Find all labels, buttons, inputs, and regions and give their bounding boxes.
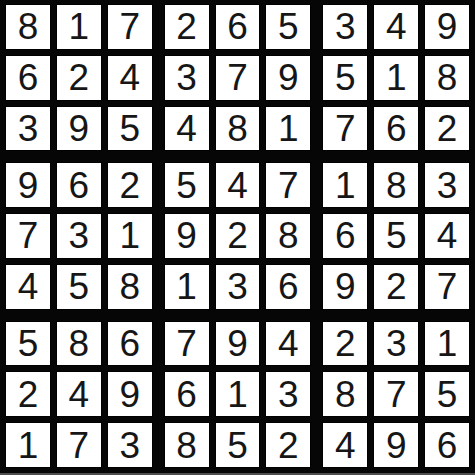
cell-r1c3[interactable]: 7 bbox=[107, 4, 153, 50]
cell-r4c3[interactable]: 2 bbox=[107, 162, 153, 208]
cell-r1c5[interactable]: 6 bbox=[215, 4, 261, 50]
cell-r7c1[interactable]: 5 bbox=[5, 321, 51, 367]
cell-r3c3[interactable]: 5 bbox=[107, 106, 153, 152]
cell-r9c6[interactable]: 2 bbox=[265, 422, 311, 468]
cell-r8c9[interactable]: 5 bbox=[424, 371, 470, 417]
cell-r9c7[interactable]: 4 bbox=[322, 422, 368, 468]
cell-r4c7[interactable]: 1 bbox=[322, 162, 368, 208]
cell-r5c9[interactable]: 4 bbox=[424, 213, 470, 259]
cell-r5c2[interactable]: 3 bbox=[56, 213, 102, 259]
cell-r6c4[interactable]: 1 bbox=[164, 264, 210, 310]
cell-r4c8[interactable]: 8 bbox=[373, 162, 419, 208]
cell-r9c3[interactable]: 3 bbox=[107, 422, 153, 468]
cell-r1c6[interactable]: 5 bbox=[265, 4, 311, 50]
cell-r1c8[interactable]: 4 bbox=[373, 4, 419, 50]
cell-r6c7[interactable]: 9 bbox=[322, 264, 368, 310]
cell-r2c4[interactable]: 3 bbox=[164, 55, 210, 101]
cell-r6c8[interactable]: 2 bbox=[373, 264, 419, 310]
cell-r2c7[interactable]: 5 bbox=[322, 55, 368, 101]
cell-r3c2[interactable]: 9 bbox=[56, 106, 102, 152]
cell-r5c4[interactable]: 9 bbox=[164, 213, 210, 259]
cell-r8c4[interactable]: 6 bbox=[164, 371, 210, 417]
cell-r2c8[interactable]: 1 bbox=[373, 55, 419, 101]
cell-r4c2[interactable]: 6 bbox=[56, 162, 102, 208]
cell-r3c5[interactable]: 8 bbox=[215, 106, 261, 152]
cell-r3c9[interactable]: 2 bbox=[424, 106, 470, 152]
cell-r3c6[interactable]: 1 bbox=[265, 106, 311, 152]
sudoku-screenshot: 8176243952653794813495187629627314585479… bbox=[0, 0, 475, 475]
cell-r8c6[interactable]: 3 bbox=[265, 371, 311, 417]
cell-r9c2[interactable]: 7 bbox=[56, 422, 102, 468]
cell-r3c8[interactable]: 6 bbox=[373, 106, 419, 152]
cell-r9c1[interactable]: 1 bbox=[5, 422, 51, 468]
cell-r6c3[interactable]: 8 bbox=[107, 264, 153, 310]
cell-r8c1[interactable]: 2 bbox=[5, 371, 51, 417]
cell-r1c9[interactable]: 9 bbox=[424, 4, 470, 50]
sudoku-block-9: 231875496 bbox=[322, 321, 470, 468]
cell-r5c8[interactable]: 5 bbox=[373, 213, 419, 259]
cell-r3c1[interactable]: 3 bbox=[5, 106, 51, 152]
cell-r3c4[interactable]: 4 bbox=[164, 106, 210, 152]
cell-r1c4[interactable]: 2 bbox=[164, 4, 210, 50]
cell-r4c1[interactable]: 9 bbox=[5, 162, 51, 208]
cell-r8c7[interactable]: 8 bbox=[322, 371, 368, 417]
sudoku-board: 8176243952653794813495187629627314585479… bbox=[0, 0, 475, 475]
cell-r4c6[interactable]: 7 bbox=[265, 162, 311, 208]
cell-r6c6[interactable]: 6 bbox=[265, 264, 311, 310]
sudoku-block-7: 586249173 bbox=[5, 321, 153, 468]
cell-r6c2[interactable]: 5 bbox=[56, 264, 102, 310]
cell-r2c9[interactable]: 8 bbox=[424, 55, 470, 101]
cell-r2c3[interactable]: 4 bbox=[107, 55, 153, 101]
cell-r4c4[interactable]: 5 bbox=[164, 162, 210, 208]
cell-r5c6[interactable]: 8 bbox=[265, 213, 311, 259]
cell-r7c5[interactable]: 9 bbox=[215, 321, 261, 367]
cell-r5c1[interactable]: 7 bbox=[5, 213, 51, 259]
cell-r7c8[interactable]: 3 bbox=[373, 321, 419, 367]
cell-r7c6[interactable]: 4 bbox=[265, 321, 311, 367]
sudoku-block-6: 183654927 bbox=[322, 162, 470, 309]
sudoku-block-2: 265379481 bbox=[164, 4, 312, 151]
cell-r7c9[interactable]: 1 bbox=[424, 321, 470, 367]
cell-r4c9[interactable]: 3 bbox=[424, 162, 470, 208]
cell-r8c8[interactable]: 7 bbox=[373, 371, 419, 417]
cell-r5c5[interactable]: 2 bbox=[215, 213, 261, 259]
sudoku-block-1: 817624395 bbox=[5, 4, 153, 151]
cell-r2c5[interactable]: 7 bbox=[215, 55, 261, 101]
cell-r2c2[interactable]: 2 bbox=[56, 55, 102, 101]
sudoku-block-3: 349518762 bbox=[322, 4, 470, 151]
cell-r9c5[interactable]: 5 bbox=[215, 422, 261, 468]
cell-r7c7[interactable]: 2 bbox=[322, 321, 368, 367]
cell-r3c7[interactable]: 7 bbox=[322, 106, 368, 152]
cell-r1c2[interactable]: 1 bbox=[56, 4, 102, 50]
sudoku-block-8: 794613852 bbox=[164, 321, 312, 468]
cell-r8c3[interactable]: 9 bbox=[107, 371, 153, 417]
cell-r5c3[interactable]: 1 bbox=[107, 213, 153, 259]
cell-r7c4[interactable]: 7 bbox=[164, 321, 210, 367]
sudoku-block-4: 962731458 bbox=[5, 162, 153, 309]
cell-r7c2[interactable]: 8 bbox=[56, 321, 102, 367]
cell-r2c6[interactable]: 9 bbox=[265, 55, 311, 101]
cell-r4c5[interactable]: 4 bbox=[215, 162, 261, 208]
cell-r6c5[interactable]: 3 bbox=[215, 264, 261, 310]
cell-r1c1[interactable]: 8 bbox=[5, 4, 51, 50]
cell-r7c3[interactable]: 6 bbox=[107, 321, 153, 367]
cell-r5c7[interactable]: 6 bbox=[322, 213, 368, 259]
cell-r8c5[interactable]: 1 bbox=[215, 371, 261, 417]
cell-r6c1[interactable]: 4 bbox=[5, 264, 51, 310]
cell-r1c7[interactable]: 3 bbox=[322, 4, 368, 50]
cell-r8c2[interactable]: 4 bbox=[56, 371, 102, 417]
cell-r9c4[interactable]: 8 bbox=[164, 422, 210, 468]
sudoku-block-5: 547928136 bbox=[164, 162, 312, 309]
cell-r9c9[interactable]: 6 bbox=[424, 422, 470, 468]
cell-r9c8[interactable]: 9 bbox=[373, 422, 419, 468]
cell-r6c9[interactable]: 7 bbox=[424, 264, 470, 310]
cell-r2c1[interactable]: 6 bbox=[5, 55, 51, 101]
